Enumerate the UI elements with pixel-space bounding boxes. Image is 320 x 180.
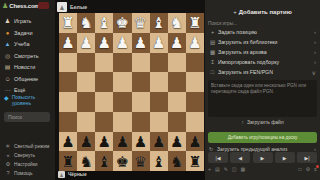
previous-label: Загрузить предыдущий анализ [217, 147, 314, 152]
next-move-button[interactable]: ▶ [275, 152, 295, 163]
move-navigation: |◀ ◀ ▶ ▶ ▶| [208, 152, 317, 163]
upload-file-button[interactable]: ↑ Загрузить файл [205, 119, 320, 125]
black-knight: ♞ [79, 153, 92, 168]
square-e2[interactable]: ♟ [113, 33, 131, 53]
square-f7[interactable]: ♟ [95, 132, 113, 152]
white-pawn: ♟ [98, 35, 111, 50]
square-c5[interactable] [150, 92, 168, 112]
white-pawn: ♟ [170, 35, 183, 50]
chevron-right-icon: › [314, 59, 316, 65]
white-king: ♚ [116, 15, 129, 30]
first-move-button[interactable]: |◀ [208, 152, 228, 163]
top-red-badge[interactable] [38, 2, 49, 9]
sidebar-item-help[interactable]: ? Помощь [5, 169, 53, 177]
logo-text: Chess.com [9, 3, 39, 9]
footer-label: Светлый режим [14, 144, 49, 149]
white-pawn: ♟ [152, 35, 165, 50]
help-icon: ? [5, 170, 11, 176]
square-b1[interactable]: ♞ [168, 13, 186, 33]
square-h5[interactable] [59, 92, 77, 112]
footer-label: Свернуть [14, 153, 35, 158]
black-pawn: ♟ [61, 133, 74, 148]
bottom-player-name: Чёрные [68, 172, 87, 177]
chesscom-analysis-page: ♟ Chess.com ♟ Играть ● Задачи ▲ Учеба ◎ … [0, 0, 320, 180]
white-pawn: ♟ [134, 35, 147, 50]
document-icon: □ [209, 69, 216, 75]
square-a3[interactable] [186, 53, 204, 73]
square-a5[interactable] [186, 92, 204, 112]
sidebar-item-learn[interactable]: ▲ Учеба [4, 39, 54, 49]
toolbar-right-group: □ ⚙ ≡ [299, 166, 317, 172]
diamond-icon: ◆ [4, 95, 9, 102]
analysis-toolbar: + ▤ ✎ ◫ ▦ □ ⚙ ≡ [208, 165, 317, 173]
chevron-down-icon: ∨ [312, 69, 316, 76]
black-pawn: ♟ [170, 133, 183, 148]
avatar-pawn-icon: ♟ [59, 4, 64, 11]
sidebar-item-label: Смотреть [14, 53, 39, 59]
gear-icon[interactable]: ⚙ [306, 166, 310, 172]
logo-pawn-icon: ♟ [2, 2, 8, 10]
sidebar-item-play[interactable]: ♟ Играть [4, 16, 54, 26]
square-e4[interactable] [113, 72, 131, 92]
square-a4[interactable] [186, 72, 204, 92]
black-bishop: ♝ [98, 153, 111, 168]
square-c8[interactable]: ♝ [150, 151, 168, 171]
square-a8[interactable]: ♜ [186, 151, 204, 171]
sidebar-item-label: Ещё [14, 87, 25, 93]
archive-icon: ▦ [209, 49, 216, 55]
footer-label: Настройки [14, 162, 38, 167]
upgrade-label: Повысить уровень [12, 95, 36, 107]
square-e3[interactable] [113, 53, 131, 73]
white-pawn: ♟ [79, 35, 92, 50]
option-label: Загрузить из библиотеки [218, 39, 314, 45]
black-queen: ♛ [134, 153, 147, 168]
option-import-collection[interactable]: ↥ Импортировать подборку › [205, 57, 320, 67]
white-knight: ♞ [170, 15, 183, 30]
sidebar: ♟ Chess.com ♟ Играть ● Задачи ▲ Учеба ◎ … [0, 0, 55, 180]
dots-icon: ⋯ [4, 85, 11, 95]
footer-label: Помощь [14, 171, 33, 176]
square-f3[interactable] [95, 53, 113, 73]
white-pawn: ♟ [116, 35, 129, 50]
black-pawn: ♟ [79, 133, 92, 148]
square-d6[interactable] [132, 112, 150, 132]
white-bishop: ♝ [98, 15, 111, 30]
option-setup-position[interactable]: + Задать позицию › [205, 27, 320, 37]
square-d5[interactable] [132, 92, 150, 112]
chevron-right-icon: › [314, 39, 316, 45]
top-player-avatar: ♟ [57, 2, 67, 12]
toolbar-icon[interactable]: ✎ [224, 166, 228, 172]
collapse-icon: « [5, 152, 11, 158]
square-g5[interactable] [77, 92, 95, 112]
chevron-right-icon: › [314, 49, 316, 55]
bottom-player-avatar: ♟ [58, 171, 65, 178]
toolbar-left-group: + ▤ ✎ ◫ ▦ [208, 166, 245, 172]
newspaper-icon: ▤ [4, 62, 11, 72]
option-load-from-fen-pgn[interactable]: □ Загрузить из FEN/PGN ∨ [205, 67, 320, 77]
white-rook: ♜ [61, 15, 74, 30]
white-rook: ♜ [188, 15, 201, 30]
sidebar-item-label: Общение [14, 76, 38, 82]
sidebar-item-watch[interactable]: ◎ Смотреть [4, 51, 54, 61]
white-bishop: ♝ [152, 15, 165, 30]
square-b4[interactable] [168, 72, 186, 92]
chevron-right-icon: › [314, 29, 316, 35]
gear-icon: ⚙ [5, 161, 11, 167]
square-h4[interactable] [59, 72, 77, 92]
sidebar-item-label: Учеба [14, 41, 29, 47]
square-h8[interactable]: ♜ [59, 151, 77, 171]
sun-icon: ☀ [5, 143, 11, 149]
add-game-to-board-button[interactable]: Добавить игру/позицию на доску [208, 132, 317, 143]
square-d1[interactable]: ♛ [132, 13, 150, 33]
square-a7[interactable]: ♟ [186, 132, 204, 152]
black-pawn: ♟ [134, 133, 147, 148]
square-f2[interactable]: ♟ [95, 33, 113, 53]
submit-label: Добавить игру/позицию на доску [228, 135, 298, 140]
square-d7[interactable]: ♟ [132, 132, 150, 152]
square-b8[interactable]: ♞ [168, 151, 186, 171]
sidebar-item-collapse[interactable]: « Свернуть [5, 151, 53, 159]
black-knight: ♞ [170, 153, 183, 168]
pgn-textarea[interactable]: Вставьте сюда один или несколько PGN или… [208, 80, 317, 117]
square-d2[interactable]: ♟ [132, 33, 150, 53]
toolbar-icon[interactable]: ◫ [232, 166, 237, 172]
sidebar-item-puzzles[interactable]: ● Задачи [4, 28, 54, 38]
top-player-bar[interactable]: ♟ Белые [57, 2, 87, 12]
square-g3[interactable] [77, 53, 95, 73]
square-a2[interactable]: ♟ [186, 33, 204, 53]
black-bishop: ♝ [152, 153, 165, 168]
sidebar-item-settings[interactable]: ⚙ Настройки [5, 160, 53, 168]
white-pawn: ♟ [188, 35, 201, 50]
square-b3[interactable] [168, 53, 186, 73]
avatar-pawn-icon: ♟ [59, 172, 63, 178]
square-g8[interactable]: ♞ [77, 151, 95, 171]
toolbar-icon[interactable]: + [208, 166, 211, 172]
play-button[interactable]: ▶ [253, 152, 273, 163]
sidebar-item-light-mode[interactable]: ☀ Светлый режим [5, 142, 53, 150]
square-e6[interactable] [113, 112, 131, 132]
square-b7[interactable]: ♟ [168, 132, 186, 152]
black-pawn: ♟ [188, 133, 201, 148]
option-label: Импортировать подборку [218, 59, 314, 65]
menu-icon[interactable]: ≡ [314, 166, 317, 172]
white-queen: ♛ [134, 15, 147, 30]
square-d3[interactable] [132, 53, 150, 73]
square-e8[interactable]: ♚ [113, 151, 131, 171]
square-d8[interactable]: ♛ [132, 151, 150, 171]
toolbar-icon[interactable]: □ [299, 166, 302, 172]
square-e1[interactable]: ♚ [113, 13, 131, 33]
panel-title: +Добавить партию [205, 9, 320, 15]
square-g1[interactable]: ♞ [77, 13, 95, 33]
square-g4[interactable] [77, 72, 95, 92]
search-placeholder: Поиск [8, 114, 22, 120]
square-g6[interactable] [77, 112, 95, 132]
notification-dot [316, 165, 319, 168]
square-f4[interactable] [95, 72, 113, 92]
pawn-icon: ♟ [4, 16, 11, 26]
square-c2[interactable]: ♟ [150, 33, 168, 53]
square-a1[interactable]: ♜ [186, 13, 204, 33]
toolbar-icon[interactable]: ▤ [215, 166, 220, 172]
sidebar-item-social[interactable]: ☺ Общение [4, 74, 54, 84]
upload-icon: ↑ [241, 119, 244, 125]
plus-icon: + [209, 29, 216, 35]
black-rook: ♜ [61, 153, 74, 168]
square-f1[interactable]: ♝ [95, 13, 113, 33]
square-c3[interactable] [150, 53, 168, 73]
square-h3[interactable] [59, 53, 77, 73]
option-load-from-library[interactable]: ▤ Загрузить из библиотеки › [205, 37, 320, 47]
top-player-name: Белые [70, 4, 87, 10]
square-c7[interactable]: ♟ [150, 132, 168, 152]
square-g7[interactable]: ♟ [77, 132, 95, 152]
panel-hint: Поиск игры... [208, 21, 237, 26]
black-pawn: ♟ [98, 133, 111, 148]
graduation-cap-icon: ▲ [4, 39, 11, 49]
option-label: Задать позицию [218, 29, 314, 35]
puzzle-icon: ● [4, 28, 11, 38]
square-h2[interactable]: ♟ [59, 33, 77, 53]
import-icon: ↥ [209, 59, 216, 65]
upgrade-link[interactable]: ◆ Повысить уровень [4, 95, 35, 107]
square-b2[interactable]: ♟ [168, 33, 186, 53]
plus-icon: + [233, 9, 237, 15]
square-g2[interactable]: ♟ [77, 33, 95, 53]
square-h6[interactable] [59, 112, 77, 132]
toolbar-icon[interactable]: ▦ [241, 166, 246, 172]
upload-label: Загрузить файл [247, 119, 284, 125]
previous-move-button[interactable]: ◀ [230, 152, 250, 163]
black-king: ♚ [116, 153, 129, 168]
square-c6[interactable] [150, 112, 168, 132]
sidebar-item-label: Играть [14, 18, 31, 24]
search-input[interactable]: Поиск [4, 112, 50, 122]
chesscom-logo[interactable]: ♟ Chess.com [2, 2, 40, 10]
square-a6[interactable] [186, 112, 204, 132]
square-f8[interactable]: ♝ [95, 151, 113, 171]
pgn-placeholder: Вставьте сюда один или несколько PGN или… [211, 83, 314, 96]
black-pawn: ♟ [152, 133, 165, 148]
book-icon: ▤ [209, 39, 216, 45]
square-f5[interactable] [95, 92, 113, 112]
sidebar-item-news[interactable]: ▤ Новости [4, 62, 54, 72]
white-knight: ♞ [79, 15, 92, 30]
square-d4[interactable] [132, 72, 150, 92]
option-label: Загрузить из FEN/PGN [218, 69, 312, 75]
square-h1[interactable]: ♜ [59, 13, 77, 33]
square-b6[interactable] [168, 112, 186, 132]
white-pawn: ♟ [61, 35, 74, 50]
square-c4[interactable] [150, 72, 168, 92]
people-icon: ☺ [4, 74, 11, 84]
sidebar-item-label: Задачи [14, 30, 32, 36]
square-c1[interactable]: ♝ [150, 13, 168, 33]
square-h7[interactable]: ♟ [59, 132, 77, 152]
black-rook: ♜ [188, 153, 201, 168]
square-b5[interactable] [168, 92, 186, 112]
black-pawn: ♟ [116, 133, 129, 148]
chess-board: ♜♞♝♚♛♝♞♜♟♟♟♟♟♟♟♟♟♟♟♟♟♟♟♟♜♞♝♚♛♝♞♜ [59, 13, 204, 171]
square-e5[interactable] [113, 92, 131, 112]
square-f6[interactable] [95, 112, 113, 132]
option-load-from-archive[interactable]: ▦ Загрузить из архива › [205, 47, 320, 57]
bottom-player-bar[interactable]: ♟ Чёрные [58, 171, 87, 178]
sidebar-item-label: Новости [14, 64, 35, 70]
add-game-panel: +Добавить партию Поиск игры... + Задать … [205, 0, 320, 180]
last-move-button[interactable]: ▶| [297, 152, 317, 163]
binoculars-icon: ◎ [4, 51, 11, 61]
option-label: Загрузить из архива [218, 49, 314, 55]
square-e7[interactable]: ♟ [113, 132, 131, 152]
